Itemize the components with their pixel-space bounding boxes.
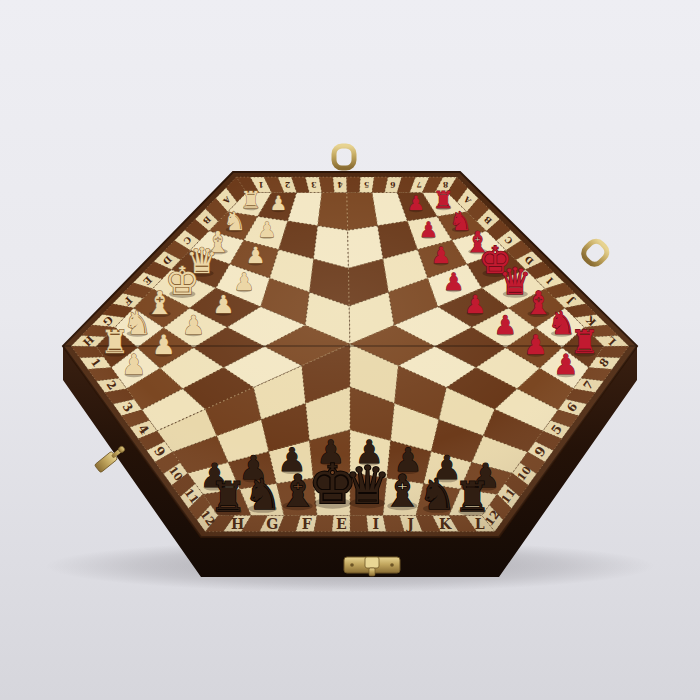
brass-latch-plate (344, 557, 400, 576)
coordinate-label-bottom-F: F (302, 516, 312, 532)
red-pawn[interactable]: ♟ (464, 290, 486, 319)
white-pawn[interactable]: ♟ (212, 290, 234, 319)
border-cell-bottom-8 (350, 515, 368, 531)
coordinate-label-bottom-J: J (405, 516, 414, 532)
coordinate-label-top-4: 4 (337, 180, 343, 189)
coordinate-label-top-6: 6 (390, 180, 395, 189)
cell-red-A3[interactable] (347, 192, 378, 230)
white-pawn[interactable]: ♟ (257, 217, 276, 242)
three-player-chess-board: 12345678ABCDIJKL87659101112HGFEIJKL12349… (0, 0, 700, 700)
black-bishop[interactable]: ♝ (278, 465, 318, 516)
product-photo-scene: 12345678ABCDIJKL87659101112HGFEIJKL12349… (0, 0, 700, 700)
red-pawn[interactable]: ♟ (494, 310, 517, 340)
black-bishop[interactable]: ♝ (382, 465, 422, 516)
coordinate-label-bottom-I: I (373, 516, 380, 532)
black-knight[interactable]: ♞ (244, 470, 281, 519)
red-pawn[interactable]: ♟ (443, 268, 464, 296)
red-pawn[interactable]: ♟ (431, 242, 451, 268)
brass-clasp-loop (580, 238, 610, 268)
red-pawn[interactable]: ♟ (554, 348, 579, 381)
white-pawn[interactable]: ♟ (269, 192, 287, 215)
coordinate-label-top-5: 5 (364, 180, 369, 189)
red-pawn[interactable]: ♟ (524, 329, 548, 360)
white-pawn[interactable]: ♟ (152, 329, 176, 360)
coordinate-label-top-7: 7 (417, 180, 422, 189)
white-pawn[interactable]: ♟ (245, 242, 265, 268)
coordinate-label-bottom-E: E (336, 516, 347, 532)
border-cell-bottom-6 (314, 515, 334, 531)
brass-hinge-loop (334, 146, 354, 168)
white-pawn[interactable]: ♟ (121, 348, 146, 381)
white-pawn[interactable]: ♟ (233, 268, 254, 296)
coordinate-label-top-2: 2 (285, 180, 290, 189)
border-cell-top-8 (347, 177, 361, 192)
white-pawn[interactable]: ♟ (182, 310, 205, 340)
cell-white-A3[interactable] (318, 192, 348, 230)
border-cell-top-6 (319, 177, 334, 192)
red-pawn[interactable]: ♟ (419, 217, 438, 242)
coordinate-label-top-3: 3 (311, 180, 316, 189)
black-rook[interactable]: ♜ (210, 473, 246, 521)
black-rook[interactable]: ♜ (454, 473, 490, 521)
red-pawn[interactable]: ♟ (407, 192, 425, 215)
black-knight[interactable]: ♞ (418, 470, 455, 519)
